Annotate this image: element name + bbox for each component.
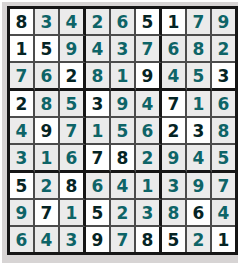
cell-r5c3[interactable]: 7 (60, 118, 86, 145)
cell-r4c8[interactable]: 1 (187, 91, 212, 118)
cell-r8c2[interactable]: 7 (35, 200, 60, 227)
cell-r5c1[interactable]: 4 (10, 118, 35, 145)
cell-r1c6[interactable]: 5 (136, 9, 162, 36)
cell-r8c3[interactable]: 1 (60, 200, 86, 227)
cell-r2c6[interactable]: 7 (136, 36, 162, 63)
cell-r6c8[interactable]: 4 (187, 145, 212, 173)
cell-r5c5[interactable]: 5 (111, 118, 136, 145)
cell-r3c3[interactable]: 2 (60, 63, 86, 91)
cell-r9c3[interactable]: 3 (60, 227, 86, 252)
cell-r3c6[interactable]: 9 (136, 63, 162, 91)
cell-r2c2[interactable]: 5 (35, 36, 60, 63)
cell-r6c1[interactable]: 3 (10, 145, 35, 173)
cell-r1c1[interactable]: 8 (10, 9, 35, 36)
cell-r3c5[interactable]: 1 (111, 63, 136, 91)
cell-r7c6[interactable]: 1 (136, 173, 162, 200)
cell-r6c4[interactable]: 7 (86, 145, 111, 173)
cell-r1c5[interactable]: 6 (111, 9, 136, 36)
sudoku-window: 8342651791594376827628194532853947164971… (0, 0, 240, 265)
cell-r7c2[interactable]: 2 (35, 173, 60, 200)
cell-r2c9[interactable]: 2 (212, 36, 235, 63)
cell-r3c4[interactable]: 8 (86, 63, 111, 91)
cell-r4c1[interactable]: 2 (10, 91, 35, 118)
cell-r8c8[interactable]: 6 (187, 200, 212, 227)
cell-r7c8[interactable]: 9 (187, 173, 212, 200)
cell-r1c4[interactable]: 2 (86, 9, 111, 36)
cell-r2c3[interactable]: 9 (60, 36, 86, 63)
cell-r6c2[interactable]: 1 (35, 145, 60, 173)
cell-r4c4[interactable]: 3 (86, 91, 111, 118)
cell-r9c5[interactable]: 7 (111, 227, 136, 252)
cell-r6c6[interactable]: 2 (136, 145, 162, 173)
cell-r7c1[interactable]: 5 (10, 173, 35, 200)
cell-r3c8[interactable]: 5 (187, 63, 212, 91)
cell-r6c3[interactable]: 6 (60, 145, 86, 173)
cell-r4c6[interactable]: 4 (136, 91, 162, 118)
cell-r3c1[interactable]: 7 (10, 63, 35, 91)
cell-r4c5[interactable]: 9 (111, 91, 136, 118)
cell-r7c4[interactable]: 6 (86, 173, 111, 200)
cell-r7c3[interactable]: 8 (60, 173, 86, 200)
cell-r7c7[interactable]: 3 (162, 173, 187, 200)
cell-r4c9[interactable]: 6 (212, 91, 235, 118)
cell-r9c4[interactable]: 9 (86, 227, 111, 252)
cell-r1c3[interactable]: 4 (60, 9, 86, 36)
cell-r1c7[interactable]: 1 (162, 9, 187, 36)
cell-r9c2[interactable]: 4 (35, 227, 60, 252)
cell-r9c8[interactable]: 2 (187, 227, 212, 252)
cell-r2c8[interactable]: 8 (187, 36, 212, 63)
cell-r8c4[interactable]: 5 (86, 200, 111, 227)
cell-r4c7[interactable]: 7 (162, 91, 187, 118)
cell-r8c7[interactable]: 8 (162, 200, 187, 227)
cell-r6c5[interactable]: 8 (111, 145, 136, 173)
cell-r5c6[interactable]: 6 (136, 118, 162, 145)
cell-r6c7[interactable]: 9 (162, 145, 187, 173)
cell-r7c5[interactable]: 4 (111, 173, 136, 200)
cell-r5c7[interactable]: 2 (162, 118, 187, 145)
cell-r2c1[interactable]: 1 (10, 36, 35, 63)
cell-r8c6[interactable]: 3 (136, 200, 162, 227)
cell-r1c2[interactable]: 3 (35, 9, 60, 36)
cell-r4c2[interactable]: 8 (35, 91, 60, 118)
cell-r8c9[interactable]: 4 (212, 200, 235, 227)
cell-r4c3[interactable]: 5 (60, 91, 86, 118)
cell-r5c8[interactable]: 3 (187, 118, 212, 145)
cell-r2c4[interactable]: 4 (86, 36, 111, 63)
cell-r3c2[interactable]: 6 (35, 63, 60, 91)
cell-r2c7[interactable]: 6 (162, 36, 187, 63)
cell-r1c8[interactable]: 7 (187, 9, 212, 36)
cell-r9c1[interactable]: 6 (10, 227, 35, 252)
cell-r8c1[interactable]: 9 (10, 200, 35, 227)
cell-r9c9[interactable]: 1 (212, 227, 235, 252)
cell-r5c2[interactable]: 9 (35, 118, 60, 145)
cell-r5c4[interactable]: 1 (86, 118, 111, 145)
cell-r3c7[interactable]: 4 (162, 63, 187, 91)
cell-r7c9[interactable]: 7 (212, 173, 235, 200)
cell-r1c9[interactable]: 9 (212, 9, 235, 36)
cell-r3c9[interactable]: 3 (212, 63, 235, 91)
cell-r8c5[interactable]: 2 (111, 200, 136, 227)
cell-r2c5[interactable]: 3 (111, 36, 136, 63)
cell-r9c6[interactable]: 8 (136, 227, 162, 252)
cell-r6c9[interactable]: 5 (212, 145, 235, 173)
cell-r5c9[interactable]: 8 (212, 118, 235, 145)
cell-r9c7[interactable]: 5 (162, 227, 187, 252)
sudoku-board: 8342651791594376827628194532853947164971… (7, 6, 238, 255)
